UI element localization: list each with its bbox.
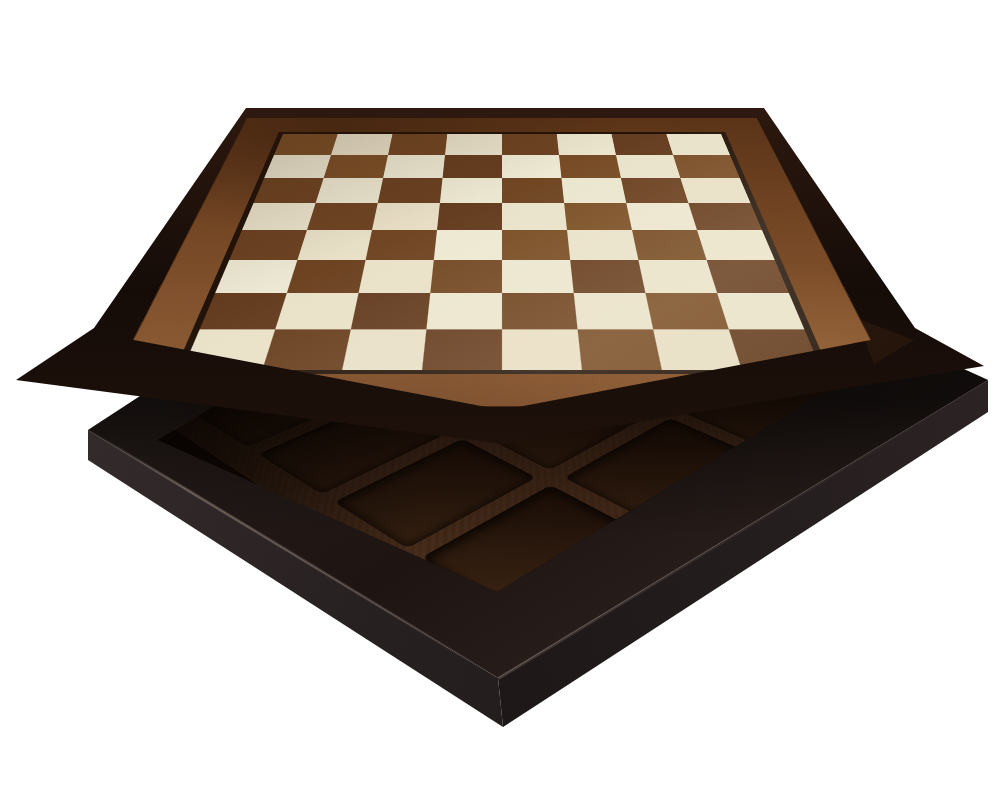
square-f2 bbox=[574, 293, 653, 330]
square-f5 bbox=[564, 203, 632, 230]
square-g4 bbox=[632, 230, 707, 260]
square-f3 bbox=[570, 260, 645, 293]
square-b3 bbox=[287, 260, 366, 293]
square-b8 bbox=[331, 134, 392, 155]
square-d3 bbox=[430, 260, 502, 293]
square-f6 bbox=[561, 178, 626, 203]
square-e5 bbox=[502, 203, 567, 230]
square-g1 bbox=[653, 329, 742, 370]
square-h8 bbox=[666, 134, 730, 155]
square-e2 bbox=[502, 293, 578, 330]
square-a8 bbox=[274, 134, 338, 155]
square-c3 bbox=[359, 260, 434, 293]
square-g2 bbox=[645, 293, 728, 330]
square-a3 bbox=[215, 260, 297, 293]
square-c6 bbox=[378, 178, 443, 203]
square-b1 bbox=[262, 329, 351, 370]
square-e7 bbox=[502, 155, 561, 178]
square-d5 bbox=[437, 203, 502, 230]
square-b4 bbox=[297, 230, 372, 260]
square-h3 bbox=[707, 260, 789, 293]
square-d4 bbox=[434, 230, 502, 260]
square-f4 bbox=[567, 230, 638, 260]
square-e6 bbox=[502, 178, 564, 203]
square-b2 bbox=[275, 293, 358, 330]
square-e3 bbox=[502, 260, 574, 293]
square-c4 bbox=[366, 230, 437, 260]
square-e4 bbox=[502, 230, 570, 260]
square-g8 bbox=[612, 134, 673, 155]
square-d1 bbox=[422, 329, 502, 370]
square-c5 bbox=[372, 203, 440, 230]
square-a7 bbox=[264, 155, 331, 178]
square-d7 bbox=[443, 155, 502, 178]
square-f8 bbox=[557, 134, 616, 155]
square-b6 bbox=[316, 178, 383, 203]
square-h6 bbox=[680, 178, 750, 203]
product-photo-scene bbox=[0, 0, 1000, 800]
square-c1 bbox=[342, 329, 426, 370]
square-d2 bbox=[426, 293, 502, 330]
square-h2 bbox=[717, 293, 804, 330]
square-e1 bbox=[502, 329, 582, 370]
square-d8 bbox=[445, 134, 502, 155]
square-a2 bbox=[200, 293, 287, 330]
playing-area bbox=[173, 132, 831, 374]
square-a6 bbox=[254, 178, 324, 203]
square-a5 bbox=[242, 203, 316, 230]
square-g6 bbox=[621, 178, 688, 203]
square-c8 bbox=[388, 134, 447, 155]
square-g7 bbox=[616, 155, 680, 178]
square-f1 bbox=[578, 329, 662, 370]
square-e8 bbox=[502, 134, 559, 155]
square-c2 bbox=[351, 293, 430, 330]
square-b5 bbox=[307, 203, 378, 230]
square-h4 bbox=[697, 230, 775, 260]
square-d6 bbox=[440, 178, 502, 203]
square-h5 bbox=[688, 203, 762, 230]
square-g3 bbox=[638, 260, 717, 293]
square-f7 bbox=[559, 155, 621, 178]
square-g5 bbox=[626, 203, 697, 230]
square-b7 bbox=[324, 155, 388, 178]
square-a4 bbox=[229, 230, 307, 260]
square-h7 bbox=[673, 155, 740, 178]
square-c7 bbox=[383, 155, 445, 178]
